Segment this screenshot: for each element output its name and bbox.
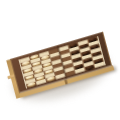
checker-piece-white[interactable]	[46, 76, 55, 81]
checkers-board	[10, 32, 112, 93]
checker-piece-white[interactable]	[27, 82, 36, 87]
checker-piece-black[interactable]	[85, 65, 94, 70]
product-photo	[0, 0, 120, 120]
